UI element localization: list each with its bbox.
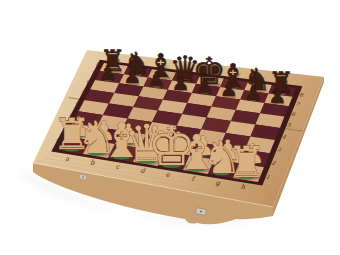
svg-text:♟: ♟ xyxy=(244,81,262,105)
svg-text:♟: ♟ xyxy=(196,74,214,98)
svg-text:♟: ♟ xyxy=(147,67,165,91)
svg-text:♜: ♜ xyxy=(227,137,266,187)
piece-black-pawn-c7[interactable]: ♟ xyxy=(147,67,165,91)
brass-latch xyxy=(196,208,207,216)
piece-black-pawn-f7[interactable]: ♟ xyxy=(220,77,238,101)
piece-black-pawn-h7[interactable]: ♟ xyxy=(268,84,286,108)
brass-latch xyxy=(79,174,87,180)
chess-board: aabbccddeeffgghh8877665544332211♜♞♝♛♚♝♞♜… xyxy=(0,0,340,255)
svg-text:♟: ♟ xyxy=(268,84,286,108)
piece-white-rook-h1[interactable]: ♜ xyxy=(227,137,266,187)
piece-black-pawn-b7[interactable]: ♟ xyxy=(123,64,141,88)
piece-black-pawn-a7[interactable]: ♟ xyxy=(99,61,117,85)
chess-set-photo: aabbccddeeffgghh8877665544332211♜♞♝♛♚♝♞♜… xyxy=(0,0,340,255)
svg-text:♟: ♟ xyxy=(123,64,141,88)
svg-text:♟: ♟ xyxy=(220,77,238,101)
svg-text:♟: ♟ xyxy=(171,71,189,95)
piece-black-pawn-e7[interactable]: ♟ xyxy=(196,74,214,98)
piece-black-pawn-g7[interactable]: ♟ xyxy=(244,81,262,105)
svg-text:♟: ♟ xyxy=(99,61,117,85)
piece-black-pawn-d7[interactable]: ♟ xyxy=(171,71,189,95)
